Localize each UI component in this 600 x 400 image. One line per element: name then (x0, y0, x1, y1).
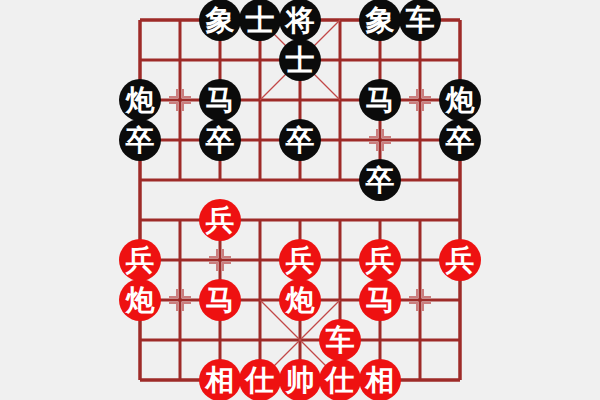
piece-black-advisor[interactable]: 士 (239, 0, 281, 41)
piece-black-soldier[interactable]: 卒 (359, 159, 401, 201)
piece-black-soldier[interactable]: 卒 (439, 119, 481, 161)
piece-red-soldier[interactable]: 兵 (359, 239, 401, 281)
piece-red-cannon[interactable]: 炮 (279, 279, 321, 321)
piece-red-elephant[interactable]: 相 (359, 359, 401, 400)
piece-black-cannon[interactable]: 炮 (439, 79, 481, 121)
piece-red-advisor[interactable]: 仕 (319, 359, 361, 400)
piece-black-general[interactable]: 将 (279, 0, 321, 41)
piece-black-chariot[interactable]: 车 (399, 0, 441, 41)
piece-red-horse[interactable]: 马 (359, 279, 401, 321)
piece-red-advisor[interactable]: 仕 (239, 359, 281, 400)
piece-red-soldier[interactable]: 兵 (279, 239, 321, 281)
piece-red-soldier[interactable]: 兵 (119, 239, 161, 281)
piece-red-general[interactable]: 帅 (279, 359, 321, 400)
xiangqi-board-screen: 象士将象车士炮马马炮卒卒卒卒卒兵兵兵兵兵炮马炮马车相仕帅仕相 (0, 0, 600, 400)
piece-red-elephant[interactable]: 相 (199, 359, 241, 400)
piece-black-soldier[interactable]: 卒 (119, 119, 161, 161)
piece-black-cannon[interactable]: 炮 (119, 79, 161, 121)
piece-red-soldier[interactable]: 兵 (199, 199, 241, 241)
piece-red-horse[interactable]: 马 (199, 279, 241, 321)
piece-black-horse[interactable]: 马 (359, 79, 401, 121)
piece-black-soldier[interactable]: 卒 (279, 119, 321, 161)
board-intersections: 象士将象车士炮马马炮卒卒卒卒卒兵兵兵兵兵炮马炮马车相仕帅仕相 (120, 0, 480, 400)
piece-black-horse[interactable]: 马 (199, 79, 241, 121)
piece-black-elephant[interactable]: 象 (359, 0, 401, 41)
piece-red-chariot[interactable]: 车 (319, 319, 361, 361)
piece-red-cannon[interactable]: 炮 (119, 279, 161, 321)
piece-black-elephant[interactable]: 象 (199, 0, 241, 41)
piece-red-soldier[interactable]: 兵 (439, 239, 481, 281)
piece-black-soldier[interactable]: 卒 (199, 119, 241, 161)
piece-black-advisor[interactable]: 士 (279, 39, 321, 81)
